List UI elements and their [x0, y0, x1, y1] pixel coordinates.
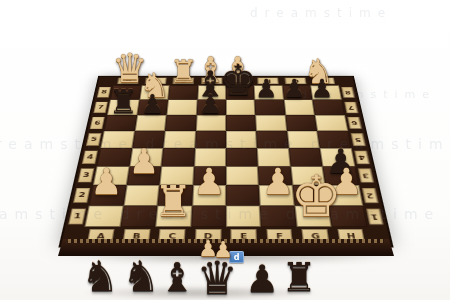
captured-piece-black-knight-1: ♞ [81, 256, 119, 298]
square-c4 [161, 148, 194, 166]
captured-piece-black-queen-6: ♛ [196, 255, 237, 300]
square-d5 [195, 131, 226, 148]
square-c6 [165, 115, 196, 131]
square-h6 [315, 115, 348, 131]
rank-label-right-6: 6 [345, 115, 365, 131]
watermark-text-3: dreamstime [250, 6, 392, 20]
piece-black-pawn-b6: ♟ [141, 91, 164, 117]
rank-label-left-2-text: 2 [74, 188, 90, 203]
piece-white-king-g1: ♚ [291, 167, 342, 224]
captured-piece-black-pawn-7: ♟ [245, 260, 279, 298]
piece-white-pawn-b3: ♟ [129, 143, 159, 177]
piece-black-pawn-h7: ♟ [311, 76, 333, 101]
rank-label-right-7-text: 7 [344, 102, 358, 113]
chess-photo-scene: ABCDEFGH8877665544332211ABCDEFGH ♛♜♝♝♞♞♟… [0, 0, 450, 300]
square-f5 [256, 131, 288, 148]
square-g5 [287, 131, 320, 148]
rank-label-right-1-text: 1 [366, 208, 383, 224]
piece-black-pawn-d6: ♟ [199, 91, 222, 117]
board-corner [337, 77, 354, 86]
piece-black-pawn-f7: ♟ [255, 76, 277, 101]
square-g6 [285, 115, 317, 131]
rank-label-right-7: 7 [342, 100, 361, 115]
rank-label-right-2-text: 2 [362, 188, 378, 203]
square-e4 [226, 148, 258, 166]
square-e5 [226, 131, 257, 148]
square-c5 [163, 131, 195, 148]
square-e3 [226, 166, 259, 185]
square-e1 [226, 206, 261, 228]
captured-piece-black-knight-2: ♞ [122, 256, 160, 298]
square-e6 [226, 115, 257, 131]
rank-label-left-6-text: 6 [90, 117, 104, 129]
rank-label-left-7-text: 7 [94, 102, 108, 113]
rank-label-left-5-text: 5 [86, 133, 101, 146]
square-e2 [226, 185, 260, 205]
piece-white-rook-c8: ♜ [170, 57, 198, 88]
rank-label-left-1-text: 1 [69, 208, 86, 224]
rank-label-right-8: 8 [339, 85, 358, 100]
square-b1 [120, 206, 157, 228]
piece-black-pawn-g7: ♟ [283, 76, 305, 101]
piece-white-rook-c1: ♜ [154, 180, 193, 223]
rank-label-right-1: 1 [363, 206, 387, 228]
square-f6 [256, 115, 287, 131]
rank-label-right-6-text: 6 [347, 117, 361, 129]
square-c7 [167, 100, 197, 115]
piece-white-pawn-d2: ♟ [193, 164, 225, 200]
captured-piece-black-rook-8: ♜ [281, 257, 317, 297]
piece-white-pawn-f2: ♟ [262, 164, 294, 200]
rank-label-right-8-text: 8 [341, 87, 355, 98]
piece-black-rook-a6: ♜ [109, 84, 139, 117]
square-d1 [191, 206, 226, 228]
square-a1 [85, 206, 124, 228]
piece-white-pawn-a2: ♟ [90, 164, 122, 200]
captured-piece-black-bishop-3: ♝ [159, 257, 195, 297]
piece-black-king-e7: ♚ [220, 60, 258, 102]
